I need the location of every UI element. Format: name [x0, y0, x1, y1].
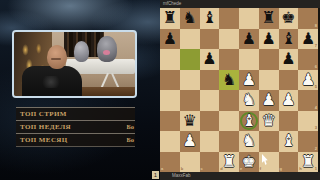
- rank-coordinate: 6: [315, 65, 317, 69]
- file-coordinate: h: [299, 167, 301, 171]
- file-coordinate: c: [201, 167, 203, 171]
- banner-label: ТОП СТРИМ: [20, 108, 67, 120]
- square-c4[interactable]: [200, 90, 220, 111]
- rank-coordinate: 8: [315, 24, 317, 28]
- square-h7[interactable]: ♟7: [298, 29, 318, 50]
- sidebar-item-top-month[interactable]: ТОП МЕСЯЦ Бо: [16, 133, 135, 147]
- square-b1[interactable]: b: [180, 152, 200, 173]
- square-d4[interactable]: [219, 90, 239, 111]
- file-coordinate: g: [280, 167, 282, 171]
- square-g4[interactable]: ♟: [279, 90, 299, 111]
- square-e2[interactable]: ♞: [239, 131, 259, 152]
- square-h1[interactable]: ♜1h: [298, 152, 318, 173]
- streamer-body: [22, 66, 82, 96]
- square-f8[interactable]: ♜: [259, 8, 279, 29]
- piece-bP: ♟: [202, 51, 216, 67]
- sidebar-item-top-week[interactable]: ТОП НЕДЕЛЯ Бо: [16, 120, 135, 133]
- square-c2[interactable]: [200, 131, 220, 152]
- piece-bN: ♞: [182, 10, 196, 26]
- square-c1[interactable]: c: [200, 152, 220, 173]
- piece-wR: ♜: [222, 154, 236, 170]
- piece-wR: ♜: [301, 154, 315, 170]
- square-f6[interactable]: [259, 49, 279, 70]
- rank-coordinate: 7: [315, 44, 317, 48]
- webcam-feed: [12, 30, 137, 98]
- square-a7[interactable]: ♟: [160, 29, 180, 50]
- plush-toy: [97, 36, 117, 62]
- square-g7[interactable]: ♝: [279, 29, 299, 50]
- piece-bP: ♟: [163, 31, 177, 47]
- piece-bK: ♚: [281, 10, 295, 26]
- square-e1[interactable]: ♚e: [239, 152, 259, 173]
- square-c6[interactable]: ♟: [200, 49, 220, 70]
- banner-value: Бо: [126, 134, 134, 146]
- piece-wK: ♚: [242, 154, 256, 170]
- piece-wP: ♟: [281, 92, 295, 108]
- rank-coordinate: 4: [315, 106, 317, 110]
- rank-coordinate: 2: [315, 147, 317, 151]
- square-b7[interactable]: [180, 29, 200, 50]
- square-a3[interactable]: [160, 111, 180, 132]
- square-b5[interactable]: [180, 70, 200, 91]
- square-e6[interactable]: [239, 49, 259, 70]
- square-a2[interactable]: [160, 131, 180, 152]
- square-g8[interactable]: ♚: [279, 8, 299, 29]
- square-d5[interactable]: ♞: [219, 70, 239, 91]
- file-coordinate: a: [161, 167, 163, 171]
- square-b4[interactable]: [180, 90, 200, 111]
- square-e7[interactable]: ♟: [239, 29, 259, 50]
- square-g6[interactable]: ♟: [279, 49, 299, 70]
- square-a1[interactable]: a: [160, 152, 180, 173]
- piece-wN: ♞: [242, 133, 256, 149]
- square-h2[interactable]: 2: [298, 131, 318, 152]
- square-d6[interactable]: [219, 49, 239, 70]
- square-h4[interactable]: 4: [298, 90, 318, 111]
- square-e8[interactable]: [239, 8, 259, 29]
- square-b2[interactable]: ♟: [180, 131, 200, 152]
- square-c8[interactable]: ♝: [200, 8, 220, 29]
- chess-panel: mfChede ♜♞♝♜♚8♟♟♟♝♟7♟♟6♞♟♟5♞♟♟4♛♝♛3♟♞♝2a…: [160, 0, 320, 180]
- square-e4[interactable]: ♞: [239, 90, 259, 111]
- file-coordinate: b: [181, 167, 183, 171]
- square-g1[interactable]: g: [279, 152, 299, 173]
- piece-bP: ♟: [242, 31, 256, 47]
- square-g3[interactable]: [279, 111, 299, 132]
- piece-wN: ♞: [242, 92, 256, 108]
- square-g5[interactable]: [279, 70, 299, 91]
- square-a5[interactable]: [160, 70, 180, 91]
- file-coordinate: e: [240, 167, 242, 171]
- chess-board: ♜♞♝♜♚8♟♟♟♝♟7♟♟6♞♟♟5♞♟♟4♛♝♛3♟♞♝2abc♜d♚efg…: [160, 8, 318, 172]
- square-d3[interactable]: [219, 111, 239, 132]
- banner-label: ТОП НЕДЕЛЯ: [20, 121, 71, 133]
- rank-coordinate: 3: [315, 126, 317, 130]
- stream-left-panel: ТОП СТРИМ ТОП НЕДЕЛЯ Бо ТОП МЕСЯЦ Бо 1: [0, 0, 160, 180]
- piece-bR: ♜: [163, 10, 177, 26]
- piece-bB: ♝: [202, 10, 216, 26]
- square-d7[interactable]: [219, 29, 239, 50]
- square-a8[interactable]: ♜: [160, 8, 180, 29]
- rank-coordinate: 5: [315, 85, 317, 89]
- square-c7[interactable]: [200, 29, 220, 50]
- square-f4[interactable]: ♟: [259, 90, 279, 111]
- plush-toy: [74, 41, 89, 62]
- square-f1[interactable]: f: [259, 152, 279, 173]
- opponent-name-bar: mfChede: [160, 0, 320, 8]
- piece-wB: ♝: [281, 133, 295, 149]
- square-b6[interactable]: [180, 49, 200, 70]
- square-d2[interactable]: [219, 131, 239, 152]
- piece-bR: ♜: [261, 10, 275, 26]
- rank-coordinate: 1: [315, 167, 317, 171]
- square-f7[interactable]: ♟: [259, 29, 279, 50]
- square-a4[interactable]: [160, 90, 180, 111]
- square-h6[interactable]: 6: [298, 49, 318, 70]
- banner-value: Бо: [126, 121, 134, 133]
- stream-screenshot: ТОП СТРИМ ТОП НЕДЕЛЯ Бо ТОП МЕСЯЦ Бо 1 m…: [0, 0, 320, 180]
- file-coordinate: f: [260, 167, 261, 171]
- square-c5[interactable]: [200, 70, 220, 91]
- banner-label: ТОП МЕСЯЦ: [20, 134, 68, 146]
- square-b8[interactable]: ♞: [180, 8, 200, 29]
- piece-bQ: ♛: [182, 113, 196, 129]
- piece-bB: ♝: [281, 31, 295, 47]
- square-d1[interactable]: ♜d: [219, 152, 239, 173]
- square-e3[interactable]: ♝: [239, 111, 259, 132]
- square-e5[interactable]: ♟: [239, 70, 259, 91]
- square-f3[interactable]: ♛: [259, 111, 279, 132]
- square-h5[interactable]: ♟5: [298, 70, 318, 91]
- piece-bP: ♟: [261, 31, 275, 47]
- piece-wP: ♟: [242, 72, 256, 88]
- square-c3[interactable]: [200, 111, 220, 132]
- square-b3[interactable]: ♛: [180, 111, 200, 132]
- piece-wP: ♟: [182, 133, 196, 149]
- piece-bP: ♟: [301, 31, 315, 47]
- sidebar-banner-list: ТОП СТРИМ ТОП НЕДЕЛЯ Бо ТОП МЕСЯЦ Бо: [16, 107, 135, 147]
- square-h3[interactable]: 3: [298, 111, 318, 132]
- player-name-bar: MaxxFab: [160, 172, 320, 180]
- file-coordinate: d: [220, 167, 222, 171]
- square-h8[interactable]: 8: [298, 8, 318, 29]
- square-f2[interactable]: [259, 131, 279, 152]
- streamer-head: [47, 45, 67, 69]
- piece-wP: ♟: [301, 72, 315, 88]
- sidebar-item-top-stream[interactable]: ТОП СТРИМ: [16, 107, 135, 120]
- square-f5[interactable]: [259, 70, 279, 91]
- piece-wB: ♝: [242, 113, 256, 129]
- square-a6[interactable]: [160, 49, 180, 70]
- piece-bN: ♞: [222, 72, 236, 88]
- piece-wP: ♟: [261, 92, 275, 108]
- square-g2[interactable]: ♝: [279, 131, 299, 152]
- piece-wQ: ♛: [261, 113, 275, 129]
- square-d8[interactable]: [219, 8, 239, 29]
- piece-bP: ♟: [281, 51, 295, 67]
- count-badge: 1: [152, 171, 159, 179]
